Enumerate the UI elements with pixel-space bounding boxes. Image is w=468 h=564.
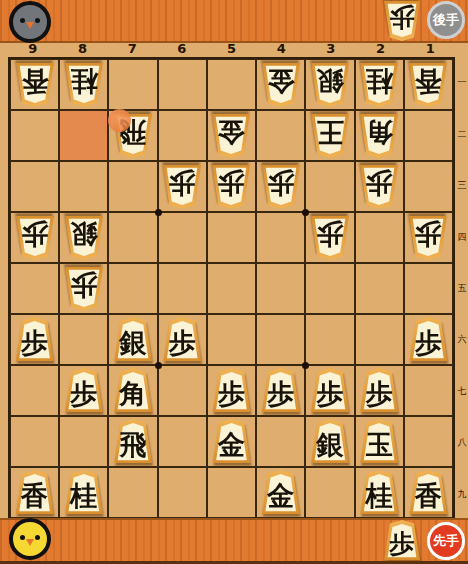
piece-glyph: 金 — [210, 419, 252, 464]
square-7四[interactable] — [108, 212, 157, 263]
file-label-7: 7 — [107, 41, 157, 57]
rank-label-四: 四 — [456, 211, 468, 262]
square-6三[interactable]: 歩 — [158, 161, 207, 212]
square-2一[interactable]: 桂 — [355, 59, 404, 110]
square-3八[interactable]: 銀 — [305, 416, 354, 467]
star-point — [155, 362, 162, 369]
square-4三[interactable]: 歩 — [256, 161, 305, 212]
square-4九[interactable]: 金 — [256, 467, 305, 518]
beak-icon — [26, 539, 34, 546]
gote-piece-歩: 歩 — [382, 0, 422, 41]
gote-piece-歩: 歩 — [358, 164, 400, 209]
square-5五[interactable] — [207, 263, 256, 314]
square-3七[interactable]: 歩 — [305, 365, 354, 416]
square-9二[interactable] — [10, 110, 59, 161]
square-6二[interactable] — [158, 110, 207, 161]
square-2六[interactable] — [355, 314, 404, 365]
square-3六[interactable] — [305, 314, 354, 365]
square-7九[interactable] — [108, 467, 157, 518]
gote-player-bar: 歩 後手 — [0, 0, 468, 43]
square-5三[interactable]: 歩 — [207, 161, 256, 212]
file-label-3: 3 — [306, 41, 356, 57]
square-7一[interactable] — [108, 59, 157, 110]
sente-piece-歩: 歩 — [210, 368, 252, 413]
piece-glyph: 飛 — [112, 419, 154, 464]
piece-glyph: 歩 — [407, 317, 449, 362]
square-9九[interactable]: 香 — [10, 467, 59, 518]
file-label-1: 1 — [405, 41, 455, 57]
square-2三[interactable]: 歩 — [355, 161, 404, 212]
square-1七[interactable] — [404, 365, 453, 416]
square-2八[interactable]: 玉 — [355, 416, 404, 467]
board-grid: 香桂金銀桂香飛金王角歩歩歩歩歩銀歩歩歩歩銀歩歩歩角歩歩歩歩飛金銀玉香桂金桂香 — [8, 57, 455, 520]
square-5四[interactable] — [207, 212, 256, 263]
square-8四[interactable]: 銀 — [59, 212, 108, 263]
sente-piece-香: 香 — [407, 470, 449, 515]
gote-piece-角: 角 — [358, 113, 400, 158]
file-label-9: 9 — [8, 41, 58, 57]
sente-piece-歩: 歩 — [63, 368, 105, 413]
square-1一[interactable]: 香 — [404, 59, 453, 110]
sente-piece-飛: 飛 — [112, 419, 154, 464]
rank-label-一: 一 — [456, 57, 468, 108]
piece-glyph: 桂 — [358, 62, 400, 107]
piece-glyph: 玉 — [358, 419, 400, 464]
sente-avatar-chick-icon[interactable] — [9, 518, 51, 560]
file-label-8: 8 — [58, 41, 108, 57]
sente-piece-歩: 歩 — [260, 368, 302, 413]
square-6四[interactable] — [158, 212, 207, 263]
gote-piece-金: 金 — [260, 62, 302, 107]
sente-piece-歩: 歩 — [382, 520, 422, 561]
piece-glyph: 香 — [407, 62, 449, 107]
piece-glyph: 歩 — [309, 368, 351, 413]
square-3三[interactable] — [305, 161, 354, 212]
gote-piece-歩: 歩 — [260, 164, 302, 209]
gote-piece-歩: 歩 — [309, 215, 351, 260]
file-label-4: 4 — [256, 41, 306, 57]
piece-glyph: 歩 — [210, 368, 252, 413]
square-9三[interactable] — [10, 161, 59, 212]
sente-piece-玉: 玉 — [358, 419, 400, 464]
square-9五[interactable] — [10, 263, 59, 314]
piece-glyph: 銀 — [112, 317, 154, 362]
square-6七[interactable] — [158, 365, 207, 416]
piece-glyph: 歩 — [382, 520, 422, 561]
square-2四[interactable] — [355, 212, 404, 263]
sente-piece-金: 金 — [260, 470, 302, 515]
piece-glyph: 桂 — [358, 470, 400, 515]
piece-glyph: 角 — [358, 113, 400, 158]
file-label-6: 6 — [157, 41, 207, 57]
square-4二[interactable] — [256, 110, 305, 161]
gote-piece-歩: 歩 — [210, 164, 252, 209]
square-7六[interactable]: 銀 — [108, 314, 157, 365]
square-2五[interactable] — [355, 263, 404, 314]
piece-glyph: 歩 — [260, 164, 302, 209]
sente-piece-金: 金 — [210, 419, 252, 464]
gote-piece-歩: 歩 — [63, 266, 105, 311]
rank-label-三: 三 — [456, 160, 468, 211]
square-4一[interactable]: 金 — [256, 59, 305, 110]
piece-glyph: 角 — [112, 368, 154, 413]
square-9八[interactable] — [10, 416, 59, 467]
sente-piece-香: 香 — [14, 470, 56, 515]
square-8六[interactable] — [59, 314, 108, 365]
square-8三[interactable] — [59, 161, 108, 212]
sente-piece-歩: 歩 — [161, 317, 203, 362]
file-label-5: 5 — [207, 41, 257, 57]
square-8九[interactable]: 桂 — [59, 467, 108, 518]
gote-piece-銀: 銀 — [63, 215, 105, 260]
square-6五[interactable] — [158, 263, 207, 314]
sente-piece-桂: 桂 — [63, 470, 105, 515]
sente-badge: 先手 — [427, 522, 465, 560]
square-9四[interactable]: 歩 — [10, 212, 59, 263]
gote-avatar-chick-icon[interactable] — [9, 1, 51, 43]
square-8五[interactable]: 歩 — [59, 263, 108, 314]
sente-piece-角: 角 — [112, 368, 154, 413]
piece-glyph: 桂 — [63, 62, 105, 107]
piece-glyph: 桂 — [63, 470, 105, 515]
gote-piece-王: 王 — [309, 113, 351, 158]
sente-piece-銀: 銀 — [112, 317, 154, 362]
rank-label-七: 七 — [456, 366, 468, 417]
piece-glyph: 金 — [210, 113, 252, 158]
square-9七[interactable] — [10, 365, 59, 416]
piece-glyph: 銀 — [309, 62, 351, 107]
piece-glyph: 歩 — [382, 0, 422, 41]
piece-glyph: 歩 — [210, 164, 252, 209]
square-3五[interactable] — [305, 263, 354, 314]
square-7八[interactable]: 飛 — [108, 416, 157, 467]
sente-piece-歩: 歩 — [358, 368, 400, 413]
piece-glyph: 歩 — [161, 317, 203, 362]
square-5一[interactable] — [207, 59, 256, 110]
square-8七[interactable]: 歩 — [59, 365, 108, 416]
square-1三[interactable] — [404, 161, 453, 212]
square-3四[interactable]: 歩 — [305, 212, 354, 263]
rank-label-六: 六 — [456, 314, 468, 365]
gote-piece-香: 香 — [14, 62, 56, 107]
sente-piece-歩: 歩 — [309, 368, 351, 413]
gote-hand-tray: 歩 — [382, 0, 422, 41]
piece-glyph: 香 — [14, 470, 56, 515]
rank-label-八: 八 — [456, 417, 468, 468]
square-1四[interactable]: 歩 — [404, 212, 453, 263]
square-1九[interactable]: 香 — [404, 467, 453, 518]
square-4七[interactable]: 歩 — [256, 365, 305, 416]
square-6八[interactable] — [158, 416, 207, 467]
square-2七[interactable]: 歩 — [355, 365, 404, 416]
sente-piece-桂: 桂 — [358, 470, 400, 515]
square-2九[interactable]: 桂 — [355, 467, 404, 518]
square-5六[interactable] — [207, 314, 256, 365]
square-7五[interactable] — [108, 263, 157, 314]
square-8八[interactable] — [59, 416, 108, 467]
piece-glyph: 歩 — [358, 368, 400, 413]
piece-glyph: 歩 — [14, 317, 56, 362]
square-3二[interactable]: 王 — [305, 110, 354, 161]
piece-glyph: 歩 — [407, 215, 449, 260]
gote-piece-香: 香 — [407, 62, 449, 107]
piece-glyph: 銀 — [309, 419, 351, 464]
piece-glyph: 銀 — [63, 215, 105, 260]
square-1八[interactable] — [404, 416, 453, 467]
square-9一[interactable]: 香 — [10, 59, 59, 110]
rank-label-五: 五 — [456, 263, 468, 314]
piece-glyph: 歩 — [309, 215, 351, 260]
square-7三[interactable] — [108, 161, 157, 212]
square-4五[interactable] — [256, 263, 305, 314]
square-3一[interactable]: 銀 — [305, 59, 354, 110]
sente-hand-tray: 歩 — [382, 520, 422, 561]
sente-piece-歩: 歩 — [14, 317, 56, 362]
gote-piece-金: 金 — [210, 113, 252, 158]
gote-piece-桂: 桂 — [63, 62, 105, 107]
square-2二[interactable]: 角 — [355, 110, 404, 161]
square-6一[interactable] — [158, 59, 207, 110]
square-7二[interactable]: 飛 — [108, 110, 157, 161]
square-5二[interactable]: 金 — [207, 110, 256, 161]
square-8一[interactable]: 桂 — [59, 59, 108, 110]
gote-piece-銀: 銀 — [309, 62, 351, 107]
shogi-app: 歩 後手 987654321 一二三四五六七八九 香桂金銀桂香飛金王角歩歩歩歩歩… — [0, 0, 468, 564]
rank-labels: 一二三四五六七八九 — [456, 57, 468, 520]
file-label-2: 2 — [356, 41, 406, 57]
square-4八[interactable] — [256, 416, 305, 467]
square-4六[interactable] — [256, 314, 305, 365]
piece-glyph: 香 — [14, 62, 56, 107]
beak-icon — [26, 22, 34, 29]
square-3九[interactable] — [305, 467, 354, 518]
rank-label-二: 二 — [456, 108, 468, 159]
piece-glyph: 歩 — [161, 164, 203, 209]
square-7七[interactable]: 角 — [108, 365, 157, 416]
square-4四[interactable] — [256, 212, 305, 263]
gote-piece-歩: 歩 — [407, 215, 449, 260]
piece-glyph: 歩 — [260, 368, 302, 413]
square-6六[interactable]: 歩 — [158, 314, 207, 365]
star-point — [155, 209, 162, 216]
file-labels: 987654321 — [8, 41, 455, 57]
sente-piece-歩: 歩 — [407, 317, 449, 362]
square-5七[interactable]: 歩 — [207, 365, 256, 416]
gote-piece-歩: 歩 — [161, 164, 203, 209]
square-1五[interactable] — [404, 263, 453, 314]
piece-glyph: 王 — [309, 113, 351, 158]
gote-piece-桂: 桂 — [358, 62, 400, 107]
piece-glyph: 歩 — [63, 368, 105, 413]
square-1六[interactable]: 歩 — [404, 314, 453, 365]
piece-glyph: 香 — [407, 470, 449, 515]
square-5八[interactable]: 金 — [207, 416, 256, 467]
sente-piece-銀: 銀 — [309, 419, 351, 464]
square-9六[interactable]: 歩 — [10, 314, 59, 365]
gote-badge: 後手 — [427, 1, 465, 39]
square-1二[interactable] — [404, 110, 453, 161]
rank-label-九: 九 — [456, 469, 468, 520]
square-5九[interactable] — [207, 467, 256, 518]
piece-glyph: 金 — [260, 470, 302, 515]
piece-glyph: 歩 — [358, 164, 400, 209]
piece-glyph: 歩 — [63, 266, 105, 311]
sente-player-bar: 歩 先手 — [0, 518, 468, 564]
piece-glyph: 金 — [260, 62, 302, 107]
gote-piece-歩: 歩 — [14, 215, 56, 260]
piece-glyph: 歩 — [14, 215, 56, 260]
square-8二[interactable] — [59, 110, 108, 161]
square-6九[interactable] — [158, 467, 207, 518]
